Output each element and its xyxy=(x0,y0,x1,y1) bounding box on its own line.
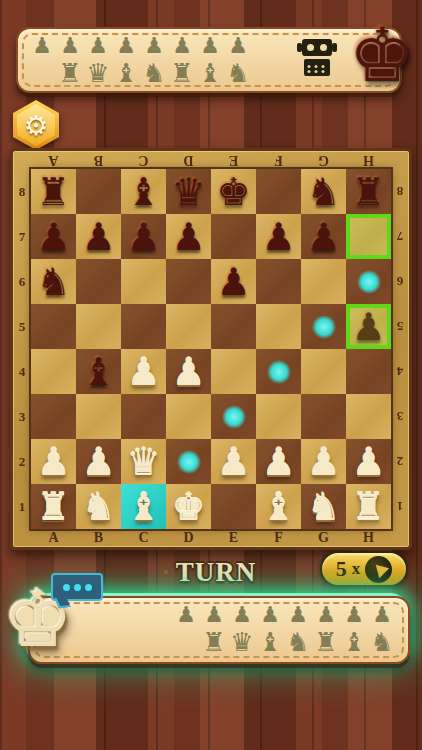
file-label-b: B xyxy=(76,151,121,169)
square-h7[interactable] xyxy=(346,214,391,259)
square-e5[interactable] xyxy=(211,304,256,349)
rank-label-5: 5 xyxy=(13,304,31,349)
white-knight: ♞ xyxy=(76,484,121,529)
square-e7[interactable] xyxy=(211,214,256,259)
cursor-arrow-icon xyxy=(365,556,392,583)
square-d4[interactable]: ♟ xyxy=(166,349,211,394)
silhouette-rook: ♜ xyxy=(312,628,340,656)
move-hint-dot xyxy=(312,315,336,339)
black-king-avatar: ♚ xyxy=(349,18,415,92)
undo-badge[interactable]: 5 x xyxy=(320,551,408,587)
square-d8[interactable]: ♛ xyxy=(166,169,211,214)
player-pawn-row: ♟♟♟♟♟♟♟♟ xyxy=(172,601,396,629)
square-h5[interactable]: ♟ xyxy=(346,304,391,349)
undo-count: 5 xyxy=(336,556,347,582)
white-pawn: ♟ xyxy=(76,439,121,484)
silhouette-pawn: ♟ xyxy=(256,601,284,629)
black-knight: ♞ xyxy=(31,259,76,304)
robot-icon xyxy=(298,39,336,81)
rank-labels-left: 87654321 xyxy=(13,169,31,529)
move-hint-dot xyxy=(357,270,381,294)
square-a6[interactable]: ♞ xyxy=(31,259,76,304)
square-f4[interactable] xyxy=(256,349,301,394)
square-h3[interactable] xyxy=(346,394,391,439)
square-b3[interactable] xyxy=(76,394,121,439)
silhouette-pawn: ♟ xyxy=(312,601,340,629)
move-hint-dot xyxy=(267,360,291,384)
opponent-piece-silhouettes: ♟♟♟♟♟♟♟♟ ♜♛♝♞♜♝♞ xyxy=(28,32,252,87)
chat-bubble-icon[interactable] xyxy=(51,573,103,601)
rank-label-7: 7 xyxy=(13,214,31,259)
rank-label-2: 2 xyxy=(391,439,409,484)
rank-label-3: 3 xyxy=(13,394,31,439)
square-b4[interactable]: ♝ xyxy=(76,349,121,394)
chess-board: ABCDEFGH ABCDEFGH 87654321 87654321 ♜♝♛♚… xyxy=(10,148,412,550)
square-c8[interactable]: ♝ xyxy=(121,169,166,214)
silhouette-knight: ♞ xyxy=(140,59,168,87)
opponent-piece-row: ♜♛♝♞♜♝♞ xyxy=(56,59,252,87)
silhouette-pawn: ♟ xyxy=(228,601,256,629)
square-c2[interactable]: ♛ xyxy=(121,439,166,484)
move-hint-dot xyxy=(177,450,201,474)
file-label-a: A xyxy=(31,529,76,547)
rank-label-7: 7 xyxy=(391,214,409,259)
file-label-g: G xyxy=(301,151,346,169)
silhouette-pawn: ♟ xyxy=(196,32,224,60)
square-f1[interactable]: ♝ xyxy=(256,484,301,529)
silhouette-rook: ♜ xyxy=(200,628,228,656)
file-label-d: D xyxy=(166,151,211,169)
square-e4[interactable] xyxy=(211,349,256,394)
square-a4[interactable] xyxy=(31,349,76,394)
undo-times-label: x xyxy=(352,559,361,579)
silhouette-queen: ♛ xyxy=(228,628,256,656)
square-f2[interactable]: ♟ xyxy=(256,439,301,484)
square-h2[interactable]: ♟ xyxy=(346,439,391,484)
square-g7[interactable]: ♟ xyxy=(301,214,346,259)
square-c4[interactable]: ♟ xyxy=(121,349,166,394)
file-label-d: D xyxy=(166,529,211,547)
white-pawn: ♟ xyxy=(301,439,346,484)
silhouette-pawn: ♟ xyxy=(368,601,396,629)
silhouette-rook: ♜ xyxy=(168,59,196,87)
square-e6[interactable]: ♟ xyxy=(211,259,256,304)
black-pawn: ♟ xyxy=(256,214,301,259)
silhouette-pawn: ♟ xyxy=(200,601,228,629)
file-label-c: C xyxy=(121,151,166,169)
file-label-c: C xyxy=(121,529,166,547)
square-d5[interactable] xyxy=(166,304,211,349)
file-label-g: G xyxy=(301,529,346,547)
square-b8[interactable] xyxy=(76,169,121,214)
file-label-b: B xyxy=(76,529,121,547)
rank-label-3: 3 xyxy=(391,394,409,439)
white-queen: ♛ xyxy=(121,439,166,484)
white-bishop: ♝ xyxy=(121,484,166,529)
rank-label-6: 6 xyxy=(13,259,31,304)
white-rook: ♜ xyxy=(346,484,391,529)
black-pawn: ♟ xyxy=(31,214,76,259)
rank-label-8: 8 xyxy=(391,169,409,214)
white-pawn: ♟ xyxy=(256,439,301,484)
silhouette-pawn: ♟ xyxy=(84,32,112,60)
square-f6[interactable] xyxy=(256,259,301,304)
square-e3[interactable] xyxy=(211,394,256,439)
opponent-pawn-row: ♟♟♟♟♟♟♟♟ xyxy=(28,32,252,60)
file-labels-top: ABCDEFGH xyxy=(31,151,391,169)
turn-label: TURN xyxy=(176,557,257,588)
silhouette-knight: ♞ xyxy=(284,628,312,656)
square-c1[interactable]: ♝ xyxy=(121,484,166,529)
square-f3[interactable] xyxy=(256,394,301,439)
square-a7[interactable]: ♟ xyxy=(31,214,76,259)
silhouette-pawn: ♟ xyxy=(112,32,140,60)
rank-label-4: 4 xyxy=(391,349,409,394)
silhouette-pawn: ♟ xyxy=(284,601,312,629)
black-pawn: ♟ xyxy=(301,214,346,259)
active-player-glow: ♟♟♟♟♟♟♟♟ ♜♛♝♞♜♝♞ xyxy=(28,596,406,660)
silhouette-rook: ♜ xyxy=(56,59,84,87)
square-a3[interactable] xyxy=(31,394,76,439)
file-label-h: H xyxy=(346,529,391,547)
square-g6[interactable] xyxy=(301,259,346,304)
black-pawn: ♟ xyxy=(166,214,211,259)
square-g2[interactable]: ♟ xyxy=(301,439,346,484)
black-pawn: ♟ xyxy=(121,214,166,259)
move-hint-dot xyxy=(222,405,246,429)
square-g3[interactable] xyxy=(301,394,346,439)
square-h8[interactable]: ♜ xyxy=(346,169,391,214)
rank-label-6: 6 xyxy=(391,259,409,304)
white-bishop: ♝ xyxy=(256,484,301,529)
rank-labels-right: 87654321 xyxy=(391,169,409,529)
black-queen: ♛ xyxy=(166,169,211,214)
black-bishop: ♝ xyxy=(76,349,121,394)
silhouette-queen: ♛ xyxy=(84,59,112,87)
silhouette-pawn: ♟ xyxy=(140,32,168,60)
square-d3[interactable] xyxy=(166,394,211,439)
file-label-h: H xyxy=(346,151,391,169)
square-a2[interactable]: ♟ xyxy=(31,439,76,484)
rank-label-5: 5 xyxy=(391,304,409,349)
square-e8[interactable]: ♚ xyxy=(211,169,256,214)
white-pawn: ♟ xyxy=(211,439,256,484)
square-b1[interactable]: ♞ xyxy=(76,484,121,529)
square-b7[interactable]: ♟ xyxy=(76,214,121,259)
square-c6[interactable] xyxy=(121,259,166,304)
square-e1[interactable] xyxy=(211,484,256,529)
silhouette-pawn: ♟ xyxy=(56,32,84,60)
square-g8[interactable]: ♞ xyxy=(301,169,346,214)
settings-button[interactable]: ⚙ xyxy=(13,100,59,150)
square-c3[interactable] xyxy=(121,394,166,439)
square-a1[interactable]: ♜ xyxy=(31,484,76,529)
white-pawn: ♟ xyxy=(166,349,211,394)
silhouette-pawn: ♟ xyxy=(172,601,200,629)
square-c5[interactable] xyxy=(121,304,166,349)
square-d6[interactable] xyxy=(166,259,211,304)
silhouette-bishop: ♝ xyxy=(256,628,284,656)
square-d1[interactable]: ♚ xyxy=(166,484,211,529)
square-b5[interactable] xyxy=(76,304,121,349)
square-g5[interactable] xyxy=(301,304,346,349)
file-labels-bottom: ABCDEFGH xyxy=(31,529,391,547)
square-c7[interactable]: ♟ xyxy=(121,214,166,259)
square-f5[interactable] xyxy=(256,304,301,349)
square-h6[interactable] xyxy=(346,259,391,304)
square-f7[interactable]: ♟ xyxy=(256,214,301,259)
silhouette-bishop: ♝ xyxy=(340,628,368,656)
square-g1[interactable]: ♞ xyxy=(301,484,346,529)
rank-label-4: 4 xyxy=(13,349,31,394)
white-pawn: ♟ xyxy=(121,349,166,394)
rank-label-8: 8 xyxy=(13,169,31,214)
square-h1[interactable]: ♜ xyxy=(346,484,391,529)
square-b2[interactable]: ♟ xyxy=(76,439,121,484)
black-pawn: ♟ xyxy=(211,259,256,304)
silhouette-knight: ♞ xyxy=(368,628,396,656)
player-piece-silhouettes: ♟♟♟♟♟♟♟♟ ♜♛♝♞♜♝♞ xyxy=(172,601,396,656)
black-rook: ♜ xyxy=(346,169,391,214)
gear-icon: ⚙ xyxy=(13,100,59,150)
file-label-e: E xyxy=(211,529,256,547)
silhouette-pawn: ♟ xyxy=(168,32,196,60)
rank-label-1: 1 xyxy=(13,484,31,529)
square-a8[interactable]: ♜ xyxy=(31,169,76,214)
silhouette-bishop: ♝ xyxy=(112,59,140,87)
chess-app-screen: ♟♟♟♟♟♟♟♟ ♜♛♝♞♜♝♞ ♚ ⚙ ABCDEFGH ABCDEFGH 8… xyxy=(0,0,422,750)
square-g4[interactable] xyxy=(301,349,346,394)
silhouette-pawn: ♟ xyxy=(28,32,56,60)
silhouette-pawn: ♟ xyxy=(224,32,252,60)
file-label-e: E xyxy=(211,151,256,169)
black-pawn: ♟ xyxy=(76,214,121,259)
file-label-f: F xyxy=(256,529,301,547)
white-pawn: ♟ xyxy=(346,439,391,484)
square-f8[interactable] xyxy=(256,169,301,214)
black-king: ♚ xyxy=(211,169,256,214)
square-d7[interactable]: ♟ xyxy=(166,214,211,259)
square-d2[interactable] xyxy=(166,439,211,484)
file-label-a: A xyxy=(31,151,76,169)
black-bishop: ♝ xyxy=(121,169,166,214)
black-pawn: ♟ xyxy=(346,304,391,349)
white-king: ♚ xyxy=(166,484,211,529)
white-knight: ♞ xyxy=(301,484,346,529)
black-rook: ♜ xyxy=(31,169,76,214)
black-knight: ♞ xyxy=(301,169,346,214)
board-grid: ♜♝♛♚♞♜♟♟♟♟♟♟♞♟♟♝♟♟♟♟♛♟♟♟♟♜♞♝♚♝♞♜ xyxy=(31,169,391,529)
silhouette-pawn: ♟ xyxy=(340,601,368,629)
square-b6[interactable] xyxy=(76,259,121,304)
square-e2[interactable]: ♟ xyxy=(211,439,256,484)
square-h4[interactable] xyxy=(346,349,391,394)
rank-label-2: 2 xyxy=(13,439,31,484)
opponent-piece-tray: ♟♟♟♟♟♟♟♟ ♜♛♝♞♜♝♞ xyxy=(16,27,402,93)
silhouette-bishop: ♝ xyxy=(196,59,224,87)
square-a5[interactable] xyxy=(31,304,76,349)
silhouette-knight: ♞ xyxy=(224,59,252,87)
rank-label-1: 1 xyxy=(391,484,409,529)
player-piece-row: ♜♛♝♞♜♝♞ xyxy=(200,628,396,656)
file-label-f: F xyxy=(256,151,301,169)
white-rook: ♜ xyxy=(31,484,76,529)
player-piece-tray: ♟♟♟♟♟♟♟♟ ♜♛♝♞♜♝♞ xyxy=(28,596,410,664)
white-pawn: ♟ xyxy=(31,439,76,484)
